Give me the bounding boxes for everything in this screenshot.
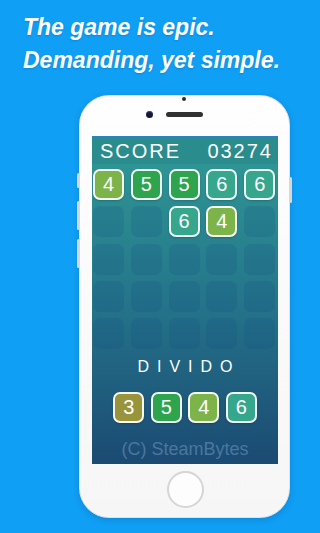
next-tile-6[interactable]: 6 (226, 392, 257, 423)
proximity-sensor-dot (182, 97, 186, 101)
tagline-line1: The game is epic. (23, 11, 280, 44)
score-label: SCORE (100, 140, 181, 163)
tile-6[interactable]: 6 (244, 169, 275, 200)
earpiece-speaker (166, 112, 203, 117)
power-button[interactable] (289, 177, 292, 203)
copyright-text: (C) SteamBytes (92, 439, 278, 460)
empty-cell (93, 206, 124, 237)
empty-cell (131, 318, 162, 349)
empty-cell (206, 318, 237, 349)
tile-6[interactable]: 6 (206, 169, 237, 200)
empty-cell (131, 281, 162, 312)
volume-up-button[interactable] (77, 201, 80, 230)
empty-cell (169, 318, 200, 349)
phone-frame: SCORE 03274 4556664 DIVIDO 3546 (C) Stea… (79, 95, 290, 518)
empty-cell (93, 318, 124, 349)
game-grid: 4556664 (93, 169, 275, 349)
score-value: 03274 (207, 140, 273, 163)
score-bar: SCORE 03274 (92, 138, 278, 164)
tile-4[interactable]: 4 (206, 206, 237, 237)
game-screen: SCORE 03274 4556664 DIVIDO 3546 (C) Stea… (92, 136, 278, 464)
volume-down-button[interactable] (77, 239, 80, 268)
next-tile-5[interactable]: 5 (151, 392, 182, 423)
empty-cell (131, 244, 162, 275)
tile-5[interactable]: 5 (131, 169, 162, 200)
empty-cell (244, 318, 275, 349)
tile-6[interactable]: 6 (169, 206, 200, 237)
empty-cell (169, 244, 200, 275)
next-tile-4[interactable]: 4 (188, 392, 219, 423)
next-tile-3[interactable]: 3 (113, 392, 144, 423)
game-title: DIVIDO (92, 358, 278, 376)
home-button[interactable] (167, 471, 204, 508)
next-tiles-row: 3546 (92, 392, 278, 423)
empty-cell (244, 206, 275, 237)
empty-cell (244, 244, 275, 275)
empty-cell (93, 244, 124, 275)
empty-cell (244, 281, 275, 312)
tile-4[interactable]: 4 (93, 169, 124, 200)
tagline-line2: Demanding, yet simple. (23, 44, 280, 77)
empty-cell (169, 281, 200, 312)
empty-cell (206, 244, 237, 275)
tagline: The game is epic. Demanding, yet simple. (23, 11, 280, 77)
front-camera (146, 111, 153, 118)
empty-cell (131, 206, 162, 237)
tile-5[interactable]: 5 (169, 169, 200, 200)
empty-cell (93, 281, 124, 312)
mute-switch[interactable] (77, 173, 80, 188)
empty-cell (206, 281, 237, 312)
